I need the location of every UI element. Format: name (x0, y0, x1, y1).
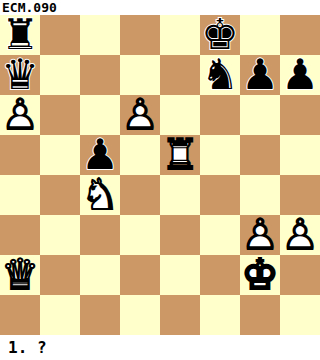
square-f5[interactable] (200, 135, 240, 175)
square-b2[interactable] (40, 255, 80, 295)
piece-white-pawn[interactable]: ♟♙ (280, 215, 320, 255)
piece-black-pawn[interactable]: ♟♟ (240, 55, 280, 95)
black-rook-glyph-outline: ♜ (0, 15, 40, 55)
square-d6[interactable]: ♟♙ (120, 95, 160, 135)
square-g8[interactable] (240, 15, 280, 55)
square-g7[interactable]: ♟♟ (240, 55, 280, 95)
square-f4[interactable] (200, 175, 240, 215)
square-f7[interactable]: ♞♞ (200, 55, 240, 95)
square-g1[interactable] (240, 295, 280, 335)
white-knight-glyph-outline: ♘ (80, 175, 120, 215)
square-f2[interactable] (200, 255, 240, 295)
square-f3[interactable] (200, 215, 240, 255)
black-pawn-glyph-outline: ♟ (280, 55, 320, 95)
square-a2[interactable]: ♛♕ (0, 255, 40, 295)
black-knight-glyph-outline: ♞ (200, 55, 240, 95)
square-e1[interactable] (160, 295, 200, 335)
white-pawn-glyph-outline: ♙ (240, 215, 280, 255)
square-g2[interactable]: ♚♔ (240, 255, 280, 295)
square-g5[interactable] (240, 135, 280, 175)
white-pawn-glyph-outline: ♙ (0, 95, 40, 135)
square-h4[interactable] (280, 175, 320, 215)
square-e2[interactable] (160, 255, 200, 295)
square-b8[interactable] (40, 15, 80, 55)
square-e8[interactable] (160, 15, 200, 55)
square-f8[interactable]: ♚♚ (200, 15, 240, 55)
title-bar: ECM.090 (0, 0, 320, 15)
piece-black-queen[interactable]: ♛♛ (0, 55, 40, 95)
square-d4[interactable] (120, 175, 160, 215)
square-d5[interactable] (120, 135, 160, 175)
black-pawn-glyph-outline: ♟ (80, 135, 120, 175)
square-c8[interactable] (80, 15, 120, 55)
square-b3[interactable] (40, 215, 80, 255)
status-bar: 1. ? (0, 335, 320, 360)
square-f1[interactable] (200, 295, 240, 335)
square-b6[interactable] (40, 95, 80, 135)
square-d1[interactable] (120, 295, 160, 335)
square-c1[interactable] (80, 295, 120, 335)
square-a3[interactable] (0, 215, 40, 255)
piece-black-king[interactable]: ♚♚ (200, 15, 240, 55)
square-b1[interactable] (40, 295, 80, 335)
square-c3[interactable] (80, 215, 120, 255)
square-a6[interactable]: ♟♙ (0, 95, 40, 135)
square-h1[interactable] (280, 295, 320, 335)
piece-black-rook[interactable]: ♜♜ (0, 15, 40, 55)
white-rook-glyph-outline: ♖ (160, 135, 200, 175)
square-c6[interactable] (80, 95, 120, 135)
square-b7[interactable] (40, 55, 80, 95)
square-b5[interactable] (40, 135, 80, 175)
square-c4[interactable]: ♞♘ (80, 175, 120, 215)
white-pawn-glyph-outline: ♙ (280, 215, 320, 255)
square-a5[interactable] (0, 135, 40, 175)
chess-board[interactable]: ♜♜♚♚♛♛♞♞♟♟♟♟♟♙♟♙♟♟♜♖♞♘♟♙♟♙♛♕♚♔ (0, 15, 320, 335)
white-pawn-glyph-outline: ♙ (120, 95, 160, 135)
white-queen-glyph-outline: ♕ (0, 255, 40, 295)
square-c7[interactable] (80, 55, 120, 95)
black-pawn-glyph-outline: ♟ (240, 55, 280, 95)
square-h6[interactable] (280, 95, 320, 135)
square-f6[interactable] (200, 95, 240, 135)
square-h2[interactable] (280, 255, 320, 295)
piece-white-pawn[interactable]: ♟♙ (120, 95, 160, 135)
square-e7[interactable] (160, 55, 200, 95)
piece-white-knight[interactable]: ♞♘ (80, 175, 120, 215)
square-b4[interactable] (40, 175, 80, 215)
square-a7[interactable]: ♛♛ (0, 55, 40, 95)
square-d7[interactable] (120, 55, 160, 95)
piece-black-pawn[interactable]: ♟♟ (280, 55, 320, 95)
square-e4[interactable] (160, 175, 200, 215)
move-prompt: 1. ? (8, 338, 47, 357)
square-d2[interactable] (120, 255, 160, 295)
piece-white-pawn[interactable]: ♟♙ (240, 215, 280, 255)
square-e3[interactable] (160, 215, 200, 255)
black-king-glyph-outline: ♚ (200, 15, 240, 55)
square-d8[interactable] (120, 15, 160, 55)
square-h8[interactable] (280, 15, 320, 55)
square-a1[interactable] (0, 295, 40, 335)
piece-white-queen[interactable]: ♛♕ (0, 255, 40, 295)
square-g4[interactable] (240, 175, 280, 215)
square-a4[interactable] (0, 175, 40, 215)
square-g6[interactable] (240, 95, 280, 135)
piece-white-pawn[interactable]: ♟♙ (0, 95, 40, 135)
black-queen-glyph-outline: ♛ (0, 55, 40, 95)
piece-white-king[interactable]: ♚♔ (240, 255, 280, 295)
square-d3[interactable] (120, 215, 160, 255)
piece-black-pawn[interactable]: ♟♟ (80, 135, 120, 175)
piece-white-rook[interactable]: ♜♖ (160, 135, 200, 175)
square-h5[interactable] (280, 135, 320, 175)
square-a8[interactable]: ♜♜ (0, 15, 40, 55)
square-c2[interactable] (80, 255, 120, 295)
piece-black-knight[interactable]: ♞♞ (200, 55, 240, 95)
square-e5[interactable]: ♜♖ (160, 135, 200, 175)
square-h3[interactable]: ♟♙ (280, 215, 320, 255)
square-c5[interactable]: ♟♟ (80, 135, 120, 175)
square-h7[interactable]: ♟♟ (280, 55, 320, 95)
square-g3[interactable]: ♟♙ (240, 215, 280, 255)
square-e6[interactable] (160, 95, 200, 135)
white-king-glyph-outline: ♔ (240, 255, 280, 295)
